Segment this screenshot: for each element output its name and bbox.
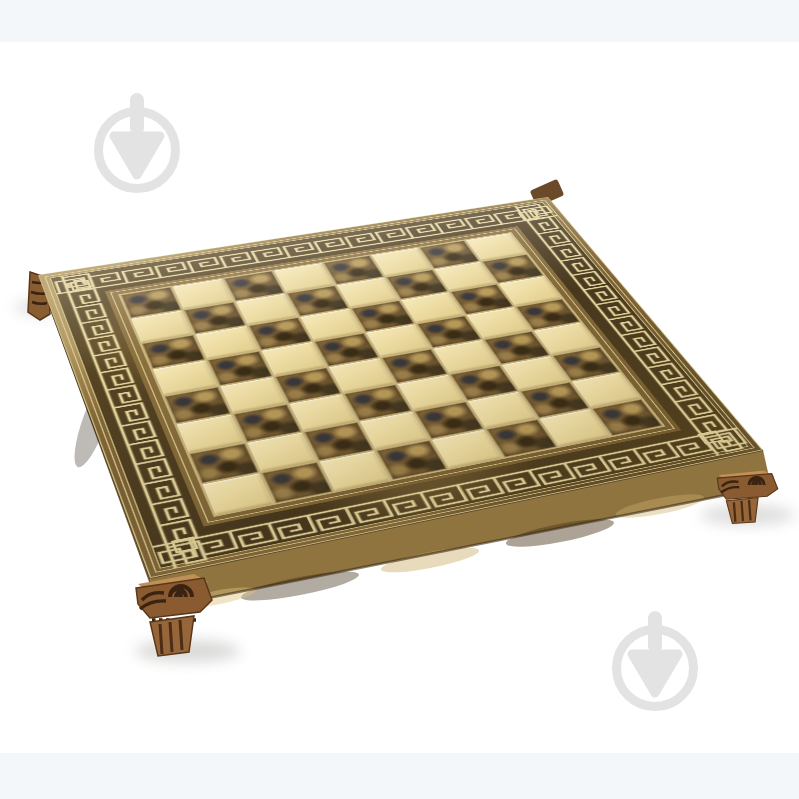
ionic-scroll-foot-icon bbox=[710, 466, 782, 528]
product-photo bbox=[0, 0, 799, 799]
board-foot-right bbox=[710, 466, 782, 532]
board-foot-front bbox=[128, 570, 220, 664]
ionic-scroll-foot-icon bbox=[128, 570, 220, 660]
